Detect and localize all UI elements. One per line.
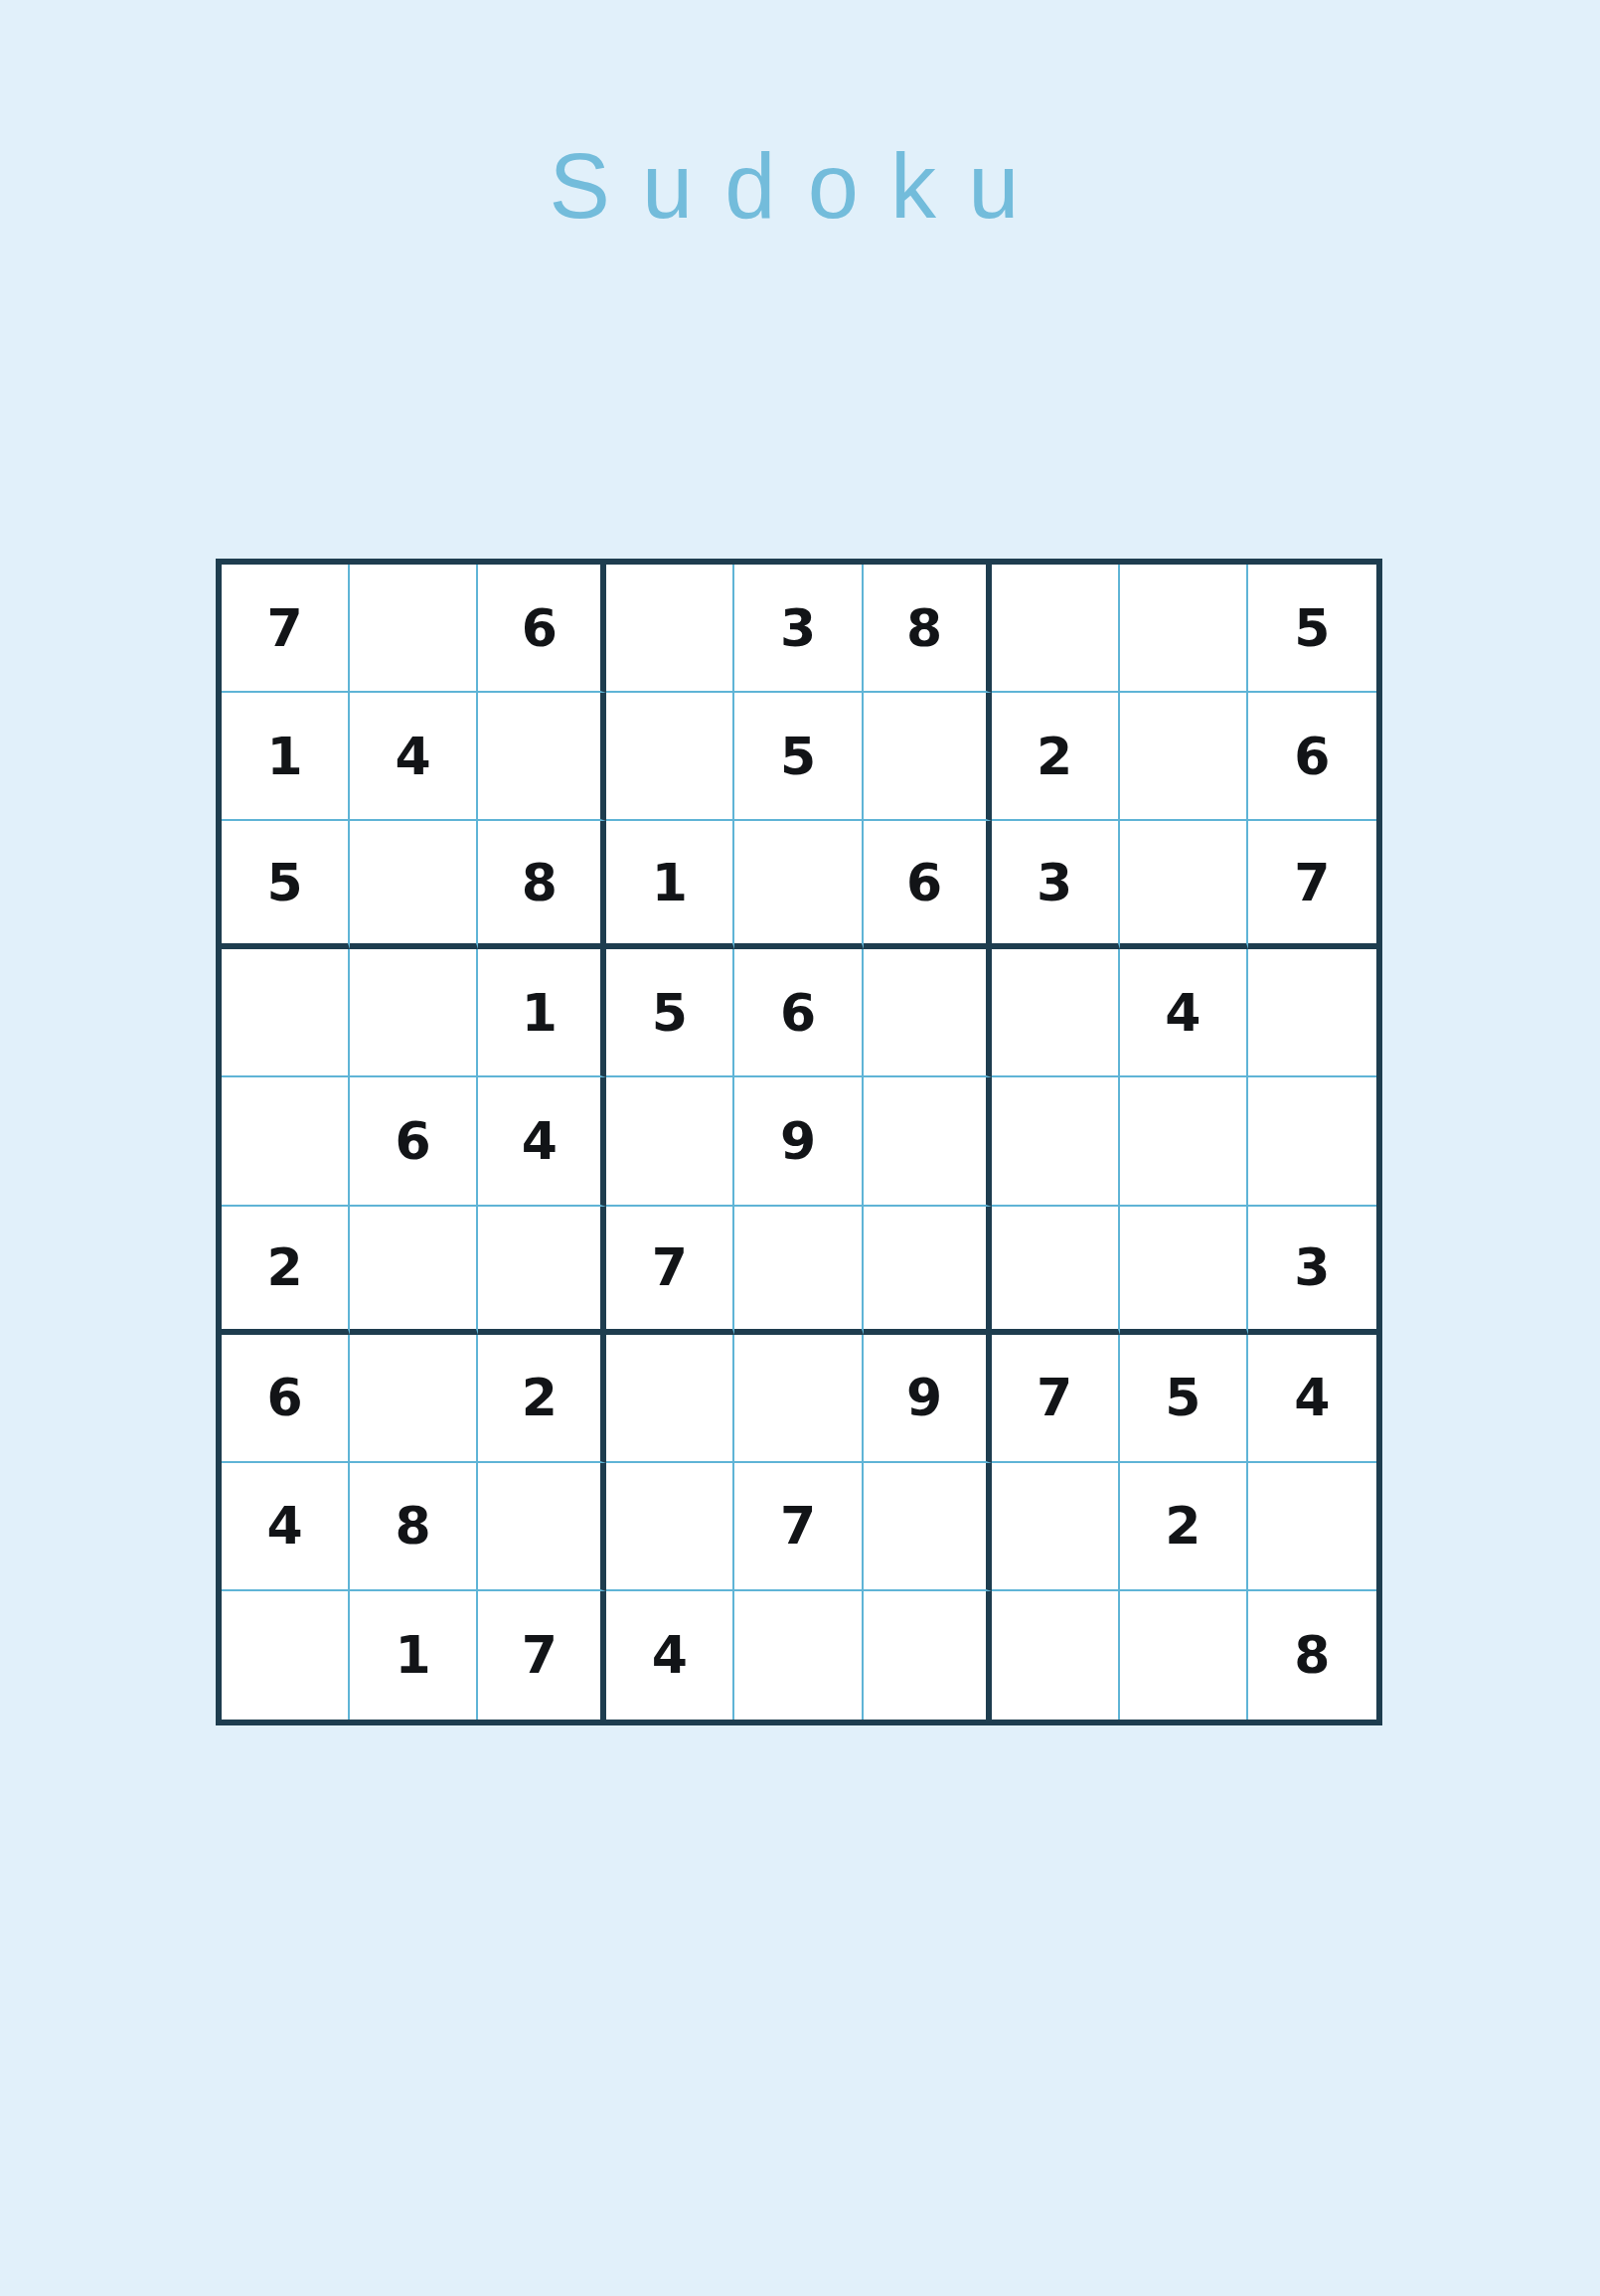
cell-r4c5[interactable]: 6 <box>734 949 863 1077</box>
cell-r4c3[interactable]: 1 <box>478 949 606 1077</box>
cell-r7c8[interactable]: 5 <box>1120 1335 1248 1463</box>
cell-r1c9[interactable]: 5 <box>1248 565 1376 693</box>
cell-r8c7[interactable] <box>992 1463 1120 1591</box>
cell-r7c5[interactable] <box>734 1335 863 1463</box>
cell-r7c9[interactable]: 4 <box>1248 1335 1376 1463</box>
cell-r9c5[interactable] <box>734 1591 863 1720</box>
cell-r8c2[interactable]: 8 <box>350 1463 478 1591</box>
cell-r6c5[interactable] <box>734 1207 863 1335</box>
cell-r4c2[interactable] <box>350 949 478 1077</box>
cell-r2c5[interactable]: 5 <box>734 693 863 821</box>
cell-r2c4[interactable] <box>606 693 734 821</box>
cell-r6c9[interactable]: 3 <box>1248 1207 1376 1335</box>
cell-r3c1[interactable]: 5 <box>222 821 350 949</box>
cell-r9c7[interactable] <box>992 1591 1120 1720</box>
cell-r4c6[interactable] <box>864 949 992 1077</box>
cell-r1c7[interactable] <box>992 565 1120 693</box>
cell-r4c1[interactable] <box>222 949 350 1077</box>
cell-r6c2[interactable] <box>350 1207 478 1335</box>
cell-r2c1[interactable]: 1 <box>222 693 350 821</box>
cell-r9c8[interactable] <box>1120 1591 1248 1720</box>
cell-r9c3[interactable]: 7 <box>478 1591 606 1720</box>
cell-r5c6[interactable] <box>864 1077 992 1206</box>
cell-r3c4[interactable]: 1 <box>606 821 734 949</box>
cell-r7c4[interactable] <box>606 1335 734 1463</box>
cell-r9c1[interactable] <box>222 1591 350 1720</box>
cell-r5c4[interactable] <box>606 1077 734 1206</box>
cell-r7c2[interactable] <box>350 1335 478 1463</box>
cell-r5c9[interactable] <box>1248 1077 1376 1206</box>
cell-r3c6[interactable]: 6 <box>864 821 992 949</box>
cell-r5c7[interactable] <box>992 1077 1120 1206</box>
cell-r3c7[interactable]: 3 <box>992 821 1120 949</box>
cell-r3c5[interactable] <box>734 821 863 949</box>
cell-r5c8[interactable] <box>1120 1077 1248 1206</box>
cell-r6c7[interactable] <box>992 1207 1120 1335</box>
cell-r8c8[interactable]: 2 <box>1120 1463 1248 1591</box>
cell-r3c3[interactable]: 8 <box>478 821 606 949</box>
cell-r1c3[interactable]: 6 <box>478 565 606 693</box>
cell-r7c1[interactable]: 6 <box>222 1335 350 1463</box>
cell-r1c5[interactable]: 3 <box>734 565 863 693</box>
cell-r9c9[interactable]: 8 <box>1248 1591 1376 1720</box>
cell-r4c9[interactable] <box>1248 949 1376 1077</box>
cell-r3c2[interactable] <box>350 821 478 949</box>
cell-r6c6[interactable] <box>864 1207 992 1335</box>
cell-r4c8[interactable]: 4 <box>1120 949 1248 1077</box>
cell-r7c3[interactable]: 2 <box>478 1335 606 1463</box>
cell-r2c9[interactable]: 6 <box>1248 693 1376 821</box>
cell-r1c8[interactable] <box>1120 565 1248 693</box>
cell-r2c6[interactable] <box>864 693 992 821</box>
cell-r8c9[interactable] <box>1248 1463 1376 1591</box>
cell-r7c7[interactable]: 7 <box>992 1335 1120 1463</box>
cell-r5c1[interactable] <box>222 1077 350 1206</box>
cell-r6c8[interactable] <box>1120 1207 1248 1335</box>
cell-r8c5[interactable]: 7 <box>734 1463 863 1591</box>
cell-r1c2[interactable] <box>350 565 478 693</box>
cell-r3c8[interactable] <box>1120 821 1248 949</box>
cell-r4c7[interactable] <box>992 949 1120 1077</box>
cell-r8c1[interactable]: 4 <box>222 1463 350 1591</box>
sudoku-board: 7638514526581637156464927362975448721748 <box>216 559 1382 1725</box>
cell-r8c3[interactable] <box>478 1463 606 1591</box>
cell-r6c4[interactable]: 7 <box>606 1207 734 1335</box>
cell-r8c4[interactable] <box>606 1463 734 1591</box>
cell-r5c5[interactable]: 9 <box>734 1077 863 1206</box>
cell-r7c6[interactable]: 9 <box>864 1335 992 1463</box>
cell-r2c3[interactable] <box>478 693 606 821</box>
cell-r2c8[interactable] <box>1120 693 1248 821</box>
cell-r9c4[interactable]: 4 <box>606 1591 734 1720</box>
cell-r6c1[interactable]: 2 <box>222 1207 350 1335</box>
cell-r9c2[interactable]: 1 <box>350 1591 478 1720</box>
cell-r3c9[interactable]: 7 <box>1248 821 1376 949</box>
cell-r1c6[interactable]: 8 <box>864 565 992 693</box>
cell-r2c2[interactable]: 4 <box>350 693 478 821</box>
cell-r4c4[interactable]: 5 <box>606 949 734 1077</box>
cell-r2c7[interactable]: 2 <box>992 693 1120 821</box>
page-title: Sudoku <box>0 134 1600 240</box>
cell-r8c6[interactable] <box>864 1463 992 1591</box>
cell-r5c3[interactable]: 4 <box>478 1077 606 1206</box>
cell-r6c3[interactable] <box>478 1207 606 1335</box>
cell-r1c4[interactable] <box>606 565 734 693</box>
cell-r1c1[interactable]: 7 <box>222 565 350 693</box>
cell-r9c6[interactable] <box>864 1591 992 1720</box>
cell-r5c2[interactable]: 6 <box>350 1077 478 1206</box>
